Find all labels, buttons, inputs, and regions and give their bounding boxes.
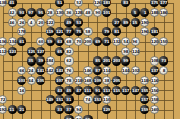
black-stone-move-109: 109 <box>93 76 102 85</box>
move-number: 62 <box>67 59 72 63</box>
move-number: 158 <box>151 98 158 102</box>
black-stone-move-157: 157 <box>140 95 149 104</box>
white-stone-move-66: 66 <box>17 66 26 75</box>
move-number: 127 <box>37 49 44 53</box>
move-number: 39 <box>38 59 43 63</box>
white-stone-move-94: 94 <box>74 105 83 114</box>
move-number: 102 <box>132 69 139 73</box>
move-number: 52 <box>76 1 81 5</box>
move-number: 134 <box>9 40 16 44</box>
black-stone-move-155: 155 <box>140 86 149 95</box>
black-stone-move-151: 151 <box>55 95 64 104</box>
move-number: 124 <box>132 49 139 53</box>
move-number: 108 <box>151 59 158 63</box>
black-stone-move-103: 103 <box>17 76 26 85</box>
move-number: 24 <box>29 69 34 73</box>
black-stone-move-21: 21 <box>17 105 26 114</box>
black-stone-move-121: 121 <box>55 27 64 36</box>
move-number: 121 <box>56 30 63 34</box>
move-number: 90 <box>95 11 100 15</box>
move-number: 71 <box>104 40 109 44</box>
white-stone-move-52: 52 <box>74 0 83 7</box>
black-stone-move-143: 143 <box>55 66 64 75</box>
move-number: 183 <box>103 1 110 5</box>
black-stone-move-127: 127 <box>36 47 45 56</box>
white-stone-move-128: 128 <box>74 8 83 17</box>
move-number: 93 <box>19 11 24 15</box>
white-stone-move-188: 188 <box>150 8 159 17</box>
black-stone-move-125: 125 <box>27 47 36 56</box>
black-stone-move-31: 31 <box>64 95 73 104</box>
move-number: 82 <box>67 49 72 53</box>
black-stone-move-51: 51 <box>55 0 64 7</box>
move-number: 41 <box>10 1 15 5</box>
white-stone-move-102: 102 <box>131 66 140 75</box>
black-stone-move-61: 61 <box>17 37 26 46</box>
black-stone-move-27: 27 <box>112 18 121 27</box>
black-stone-move-201: 201 <box>102 56 111 65</box>
move-number: 72 <box>0 98 5 102</box>
white-stone-move-16: 16 <box>17 86 26 95</box>
white-stone-move-74: 74 <box>83 95 92 104</box>
black-stone-move-73: 73 <box>159 56 168 65</box>
move-number: 119 <box>46 30 53 34</box>
black-stone-move-177: 177 <box>159 0 168 7</box>
white-stone-move-160: 160 <box>150 105 159 114</box>
move-number: 120 <box>151 40 158 44</box>
black-stone-move-137: 137 <box>150 66 159 75</box>
black-stone-move-95: 95 <box>36 8 45 17</box>
move-number: 137 <box>151 69 158 73</box>
move-number: 128 <box>75 11 82 15</box>
move-number: 55 <box>86 117 91 119</box>
move-number: 125 <box>28 49 35 53</box>
move-number: 43 <box>57 88 62 92</box>
white-stone-move-8: 8 <box>159 66 168 75</box>
move-number: 38 <box>104 79 109 83</box>
move-number: 178 <box>18 30 25 34</box>
move-number: 47 <box>76 88 81 92</box>
move-number: 114 <box>103 69 110 73</box>
black-stone-move-87: 87 <box>93 66 102 75</box>
black-stone-move-53: 53 <box>74 18 83 27</box>
white-stone-move-78: 78 <box>64 76 73 85</box>
move-number: 203 <box>113 59 120 63</box>
white-stone-move-56: 56 <box>74 115 83 119</box>
move-number: 53 <box>76 20 81 24</box>
move-number: 60 <box>38 40 43 44</box>
move-number: 76 <box>67 69 72 73</box>
move-number: 51 <box>57 1 62 5</box>
move-number: 89 <box>123 20 128 24</box>
black-stone-move-85: 85 <box>93 56 102 65</box>
white-stone-move-72: 72 <box>0 95 7 104</box>
move-number: 200 <box>84 40 91 44</box>
move-number: 130 <box>56 11 63 15</box>
move-number: 96 <box>133 40 138 44</box>
white-stone-move-64: 64 <box>27 76 36 85</box>
black-stone-move-105: 105 <box>36 76 45 85</box>
move-number: 103 <box>18 79 25 83</box>
move-number: 58 <box>86 30 91 34</box>
grid-line-vertical <box>173 3 174 119</box>
black-stone-move-63: 63 <box>55 37 64 46</box>
move-number: 186 <box>160 11 167 15</box>
move-number: 98 <box>123 49 128 53</box>
black-stone-move-57: 57 <box>64 115 73 119</box>
move-number: 153 <box>94 98 101 102</box>
black-stone-move-37: 37 <box>64 105 73 114</box>
move-number: 190 <box>141 20 148 24</box>
move-number: 111 <box>84 88 91 92</box>
white-stone-move-48: 48 <box>83 8 92 17</box>
white-stone-move-96: 96 <box>131 37 140 46</box>
move-number: 31 <box>67 98 72 102</box>
white-stone-move-190: 190 <box>140 18 149 27</box>
move-number: 117 <box>122 88 129 92</box>
white-stone-move-122: 122 <box>46 18 55 27</box>
move-number: 196 <box>141 30 148 34</box>
black-stone-move-183: 183 <box>102 0 111 7</box>
move-number: 160 <box>151 108 158 112</box>
move-number: 136 <box>0 40 6 44</box>
move-number: 132 <box>113 40 120 44</box>
move-number: 109 <box>94 79 101 83</box>
move-number: 5 <box>134 11 136 15</box>
move-number: 99 <box>123 59 128 63</box>
move-number: 83 <box>123 1 128 5</box>
black-stone-move-205: 205 <box>112 76 121 85</box>
white-stone-move-136: 136 <box>0 37 7 46</box>
move-number: 141 <box>37 69 44 73</box>
black-stone-move-55: 55 <box>83 115 92 119</box>
move-number: 147 <box>132 88 139 92</box>
black-stone-move-1: 1 <box>140 8 149 17</box>
move-number: 56 <box>76 117 81 119</box>
black-stone-move-75: 75 <box>74 27 83 36</box>
black-stone-move-5: 5 <box>131 8 140 17</box>
move-number: 33 <box>57 108 62 112</box>
move-number: 123 <box>9 49 16 53</box>
move-number: 105 <box>37 79 44 83</box>
black-stone-move-81: 81 <box>112 27 121 36</box>
white-stone-move-114: 114 <box>102 66 111 75</box>
black-stone-move-69: 69 <box>93 37 102 46</box>
move-number: 201 <box>103 59 110 63</box>
white-stone-move-38: 38 <box>102 76 111 85</box>
black-stone-move-43: 43 <box>55 86 64 95</box>
grid-line-horizontal <box>3 3 173 4</box>
black-stone-move-113: 113 <box>102 86 111 95</box>
move-number: 46 <box>10 20 15 24</box>
move-number: 95 <box>38 11 43 15</box>
move-number: 64 <box>29 79 34 83</box>
white-stone-move-184: 184 <box>46 56 55 65</box>
move-number: 16 <box>19 88 24 92</box>
white-stone-move-28: 28 <box>46 8 55 17</box>
move-number: 110 <box>103 98 110 102</box>
black-stone-move-129: 129 <box>102 105 111 114</box>
move-number: 155 <box>141 88 148 92</box>
move-number: 188 <box>151 11 158 15</box>
move-number: 126 <box>94 1 101 5</box>
move-number: 48 <box>86 11 91 15</box>
move-number: 79 <box>104 30 109 34</box>
white-stone-move-146: 146 <box>83 66 92 75</box>
black-stone-move-83: 83 <box>121 0 130 7</box>
move-number: 149 <box>46 98 53 102</box>
black-stone-move-89: 89 <box>121 18 130 27</box>
move-number: 138 <box>0 1 6 5</box>
move-number: 11 <box>10 108 15 112</box>
black-stone-move-91: 91 <box>93 86 102 95</box>
black-stone-move-153: 153 <box>93 95 102 104</box>
white-stone-move-90: 90 <box>93 8 102 17</box>
move-number: 61 <box>19 40 24 44</box>
white-stone-move-46: 46 <box>8 18 17 27</box>
black-stone-move-33: 33 <box>55 105 64 114</box>
black-stone-move-181: 181 <box>150 27 159 36</box>
move-number: 150 <box>160 40 167 44</box>
move-number: 42 <box>10 11 15 15</box>
move-number: 8 <box>162 69 164 73</box>
black-stone-move-111: 111 <box>83 86 92 95</box>
move-number: 27 <box>114 20 119 24</box>
move-number: 129 <box>103 108 110 112</box>
move-number: 1 <box>143 11 145 15</box>
black-stone-move-117: 117 <box>121 86 130 95</box>
black-stone-move-79: 79 <box>102 27 111 36</box>
white-stone-move-70: 70 <box>74 37 83 46</box>
move-number: 77 <box>67 30 72 34</box>
move-number: 36 <box>67 11 72 15</box>
white-stone-move-76: 76 <box>64 66 73 75</box>
black-stone-move-115: 115 <box>112 86 121 95</box>
black-stone-move-119: 119 <box>46 27 55 36</box>
white-stone-move-200: 200 <box>83 37 92 46</box>
move-number: 184 <box>46 59 53 63</box>
move-number: 116 <box>151 79 158 83</box>
white-stone-move-82: 82 <box>64 47 73 56</box>
white-stone-move-142: 142 <box>46 66 55 75</box>
move-number: 91 <box>95 88 100 92</box>
white-stone-move-158: 158 <box>150 95 159 104</box>
move-number: 175 <box>151 1 158 5</box>
move-number: 78 <box>67 79 72 83</box>
black-stone-move-15: 15 <box>131 18 140 27</box>
black-stone-move-71: 71 <box>102 37 111 46</box>
white-stone-move-26: 26 <box>17 18 26 27</box>
move-number: 177 <box>160 1 167 5</box>
move-number: 73 <box>161 59 166 63</box>
move-number: 181 <box>151 30 158 34</box>
black-stone-move-123: 123 <box>8 47 17 56</box>
white-stone-move-110: 110 <box>102 95 111 104</box>
white-stone-move-36: 36 <box>64 8 73 17</box>
black-stone-move-65: 65 <box>55 47 64 56</box>
black-stone-move-101: 101 <box>102 8 111 17</box>
black-stone-move-11: 11 <box>8 105 17 114</box>
white-stone-move-54: 54 <box>121 37 130 46</box>
black-stone-move-93: 93 <box>17 8 26 17</box>
black-stone-move-203: 203 <box>112 56 121 65</box>
move-number: 20 <box>38 20 43 24</box>
white-stone-move-218: 218 <box>74 76 83 85</box>
move-number: 49 <box>67 20 72 24</box>
move-number: 85 <box>95 59 100 63</box>
move-number: 63 <box>57 40 62 44</box>
move-number: 157 <box>141 98 148 102</box>
white-stone-move-144: 144 <box>121 66 130 75</box>
move-number: 101 <box>103 11 110 15</box>
white-stone-move-150: 150 <box>159 37 168 46</box>
move-number: 107 <box>56 79 63 83</box>
black-stone-move-147: 147 <box>131 86 140 95</box>
go-board: 1384151521261838317517742939795281303612… <box>0 0 180 119</box>
move-number: 59 <box>48 40 53 44</box>
move-number: 37 <box>67 108 72 112</box>
move-number: 45 <box>67 88 72 92</box>
white-stone-move-168: 168 <box>83 76 92 85</box>
move-number: 146 <box>84 69 91 73</box>
move-number: 26 <box>19 20 24 24</box>
white-stone-move-138: 138 <box>0 0 7 7</box>
move-number: 54 <box>123 40 128 44</box>
move-number: 112 <box>0 49 6 53</box>
black-stone-move-141: 141 <box>36 66 45 75</box>
move-number: 143 <box>56 69 63 73</box>
black-stone-move-59: 59 <box>46 37 55 46</box>
move-number: 15 <box>133 20 138 24</box>
move-number: 68 <box>67 40 72 44</box>
move-number: 115 <box>113 88 120 92</box>
move-number: 122 <box>46 20 53 24</box>
white-stone-move-134: 134 <box>8 37 17 46</box>
move-number: 205 <box>113 79 120 83</box>
white-stone-move-120: 120 <box>150 37 159 46</box>
white-stone-move-116: 116 <box>150 76 159 85</box>
white-stone-move-24: 24 <box>27 66 36 75</box>
white-stone-move-132: 132 <box>112 37 121 46</box>
white-stone-move-98: 98 <box>121 47 130 56</box>
black-stone-move-97: 97 <box>27 8 36 17</box>
move-number: 69 <box>95 40 100 44</box>
white-stone-move-196: 196 <box>140 27 149 36</box>
move-number: 66 <box>19 69 24 73</box>
move-number: 144 <box>122 69 129 73</box>
white-stone-move-4: 4 <box>27 18 36 27</box>
white-stone-move-126: 126 <box>93 0 102 7</box>
move-number: 113 <box>103 88 110 92</box>
move-number: 97 <box>29 11 34 15</box>
white-stone-move-156: 156 <box>150 86 159 95</box>
move-number: 21 <box>19 108 24 112</box>
black-stone-move-159: 159 <box>140 105 149 114</box>
move-number: 87 <box>95 69 100 73</box>
white-stone-move-58: 58 <box>83 27 92 36</box>
white-stone-move-112: 112 <box>0 47 7 56</box>
black-stone-move-99: 99 <box>121 56 130 65</box>
move-number: 151 <box>56 98 63 102</box>
black-stone-move-77: 77 <box>64 27 73 36</box>
move-number: 81 <box>114 30 119 34</box>
white-stone-move-62: 62 <box>64 56 73 65</box>
black-stone-move-47: 47 <box>74 86 83 95</box>
move-number: 118 <box>141 79 148 83</box>
move-number: 28 <box>48 11 53 15</box>
black-stone-move-41: 41 <box>8 0 17 7</box>
white-stone-move-60: 60 <box>36 37 45 46</box>
black-stone-move-45: 45 <box>64 86 73 95</box>
white-stone-move-20: 20 <box>36 18 45 27</box>
move-number: 57 <box>67 117 72 119</box>
white-stone-move-42: 42 <box>8 8 17 17</box>
black-stone-move-49: 49 <box>64 18 73 27</box>
white-stone-move-178: 178 <box>17 27 26 36</box>
white-stone-move-192: 192 <box>0 105 7 114</box>
move-number: 218 <box>75 79 82 83</box>
black-stone-move-107: 107 <box>55 76 64 85</box>
black-stone-move-149: 149 <box>46 95 55 104</box>
black-stone-move-39: 39 <box>36 56 45 65</box>
white-stone-move-186: 186 <box>159 8 168 17</box>
black-stone-move-175: 175 <box>150 0 159 7</box>
move-number: 70 <box>76 40 81 44</box>
move-number: 65 <box>57 49 62 53</box>
move-number: 75 <box>76 30 81 34</box>
white-stone-move-68: 68 <box>64 37 73 46</box>
move-number: 4 <box>30 20 32 24</box>
white-stone-move-124: 124 <box>131 47 140 56</box>
move-number: 35 <box>29 59 34 63</box>
move-number: 156 <box>151 88 158 92</box>
move-number: 142 <box>46 69 53 73</box>
move-number: 94 <box>76 108 81 112</box>
move-number: 192 <box>0 108 6 112</box>
move-number: 159 <box>141 108 148 112</box>
black-stone-move-35: 35 <box>27 56 36 65</box>
white-stone-move-108: 108 <box>150 56 159 65</box>
move-number: 74 <box>86 98 91 102</box>
white-stone-move-118: 118 <box>140 76 149 85</box>
white-stone-move-130: 130 <box>55 8 64 17</box>
move-number: 168 <box>84 79 91 83</box>
